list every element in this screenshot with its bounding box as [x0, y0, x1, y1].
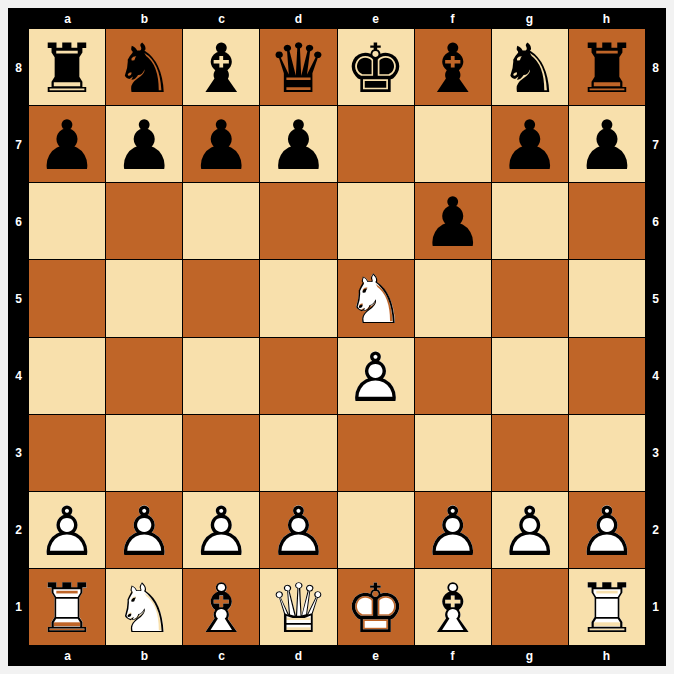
square-b6[interactable]	[106, 183, 182, 259]
square-g8[interactable]: ♞	[492, 29, 568, 105]
square-g4[interactable]	[492, 338, 568, 414]
square-b1[interactable]: ♞♘	[106, 569, 182, 645]
piece-white-pawn[interactable]: ♟♙	[106, 492, 182, 568]
square-d4[interactable]	[260, 338, 336, 414]
piece-outline-glyph: ♔	[338, 571, 414, 645]
piece-outline-glyph: ♙	[492, 494, 568, 568]
square-d3[interactable]	[260, 415, 336, 491]
file-label-b: b	[106, 8, 183, 29]
piece-white-knight[interactable]: ♞♘	[338, 260, 414, 336]
piece-outline-glyph: ♘	[106, 571, 182, 645]
square-f1[interactable]: ♝♗	[415, 569, 491, 645]
rank-label-4: 4	[645, 337, 666, 414]
square-e5[interactable]: ♞♘	[338, 260, 414, 336]
square-f8[interactable]: ♝	[415, 29, 491, 105]
page-background: { "game": "chess", "position": { "fen": …	[0, 0, 674, 674]
square-e7[interactable]	[338, 106, 414, 182]
piece-white-rook[interactable]: ♜♖	[29, 569, 105, 645]
piece-outline-glyph: ♗	[183, 571, 259, 645]
square-b5[interactable]	[106, 260, 182, 336]
piece-fill-glyph: ♚	[338, 31, 414, 105]
piece-fill-glyph: ♟	[492, 108, 568, 182]
piece-fill-glyph: ♞	[492, 31, 568, 105]
square-f2[interactable]: ♟♙	[415, 492, 491, 568]
square-f4[interactable]	[415, 338, 491, 414]
square-d5[interactable]	[260, 260, 336, 336]
square-g7[interactable]: ♟	[492, 106, 568, 182]
piece-outline-glyph: ♖	[569, 571, 645, 645]
piece-black-bishop[interactable]: ♝	[415, 29, 491, 105]
square-c2[interactable]: ♟♙	[183, 492, 259, 568]
piece-black-rook[interactable]: ♜	[29, 29, 105, 105]
square-c1[interactable]: ♝♗	[183, 569, 259, 645]
piece-outline-glyph: ♙	[260, 494, 336, 568]
rank-label-7: 7	[8, 106, 29, 183]
rank-label-3: 3	[8, 414, 29, 491]
square-b4[interactable]	[106, 338, 182, 414]
rank-labels-left: 87654321	[8, 29, 29, 645]
square-a6[interactable]	[29, 183, 105, 259]
rank-label-5: 5	[645, 260, 666, 337]
square-a3[interactable]	[29, 415, 105, 491]
piece-fill-glyph: ♞	[106, 31, 182, 105]
square-c3[interactable]	[183, 415, 259, 491]
square-b7[interactable]: ♟	[106, 106, 182, 182]
piece-black-knight[interactable]: ♞	[106, 29, 182, 105]
square-b2[interactable]: ♟♙	[106, 492, 182, 568]
piece-outline-glyph: ♘	[338, 262, 414, 336]
chess-board: ♜♞♝♛♚♝♞♜♟♟♟♟♟♟♟♞♘♟♙♟♙♟♙♟♙♟♙♟♙♟♙♟♙♜♖♞♘♝♗♛…	[29, 29, 645, 645]
square-c6[interactable]	[183, 183, 259, 259]
file-label-d: d	[260, 645, 337, 666]
square-b3[interactable]	[106, 415, 182, 491]
rank-label-6: 6	[645, 183, 666, 260]
rank-label-8: 8	[8, 29, 29, 106]
square-h7[interactable]: ♟	[569, 106, 645, 182]
rank-label-7: 7	[645, 106, 666, 183]
rank-label-8: 8	[645, 29, 666, 106]
file-label-c: c	[183, 8, 260, 29]
frame-corner	[645, 8, 666, 29]
file-labels-bottom: abcdefgh	[29, 645, 645, 666]
piece-black-pawn[interactable]: ♟	[569, 106, 645, 182]
square-c4[interactable]	[183, 338, 259, 414]
file-label-a: a	[29, 8, 106, 29]
square-a5[interactable]	[29, 260, 105, 336]
piece-black-bishop[interactable]: ♝	[183, 29, 259, 105]
piece-fill-glyph: ♝	[183, 31, 259, 105]
piece-black-pawn[interactable]: ♟	[415, 183, 491, 259]
square-a4[interactable]	[29, 338, 105, 414]
square-a8[interactable]: ♜	[29, 29, 105, 105]
square-d6[interactable]	[260, 183, 336, 259]
rank-label-1: 1	[645, 568, 666, 645]
piece-outline-glyph: ♙	[415, 494, 491, 568]
file-label-h: h	[568, 645, 645, 666]
file-label-g: g	[491, 645, 568, 666]
piece-white-king[interactable]: ♚♔	[338, 569, 414, 645]
square-h4[interactable]	[569, 338, 645, 414]
file-label-g: g	[491, 8, 568, 29]
square-d7[interactable]: ♟	[260, 106, 336, 182]
square-c5[interactable]	[183, 260, 259, 336]
square-c8[interactable]: ♝	[183, 29, 259, 105]
square-g5[interactable]	[492, 260, 568, 336]
piece-fill-glyph: ♟	[183, 108, 259, 182]
piece-fill-glyph: ♟	[260, 108, 336, 182]
square-e4[interactable]: ♟♙	[338, 338, 414, 414]
square-g1[interactable]	[492, 569, 568, 645]
square-h5[interactable]	[569, 260, 645, 336]
file-label-d: d	[260, 8, 337, 29]
file-label-f: f	[414, 645, 491, 666]
piece-fill-glyph: ♝	[415, 31, 491, 105]
piece-outline-glyph: ♗	[415, 571, 491, 645]
piece-fill-glyph: ♟	[29, 108, 105, 182]
piece-fill-glyph: ♟	[569, 108, 645, 182]
frame-corner	[8, 645, 29, 666]
piece-fill-glyph: ♜	[569, 31, 645, 105]
piece-black-knight[interactable]: ♞	[492, 29, 568, 105]
square-e3[interactable]	[338, 415, 414, 491]
frame-corner	[645, 645, 666, 666]
piece-white-queen[interactable]: ♛♕	[260, 569, 336, 645]
piece-outline-glyph: ♕	[260, 571, 336, 645]
piece-black-pawn[interactable]: ♟	[492, 106, 568, 182]
piece-fill-glyph: ♛	[260, 31, 336, 105]
square-f7[interactable]	[415, 106, 491, 182]
rank-label-4: 4	[8, 337, 29, 414]
rank-label-3: 3	[645, 414, 666, 491]
square-g3[interactable]	[492, 415, 568, 491]
square-a7[interactable]: ♟	[29, 106, 105, 182]
square-e1[interactable]: ♚♔	[338, 569, 414, 645]
square-d8[interactable]: ♛	[260, 29, 336, 105]
file-labels-top: abcdefgh	[29, 8, 645, 29]
square-g6[interactable]	[492, 183, 568, 259]
rank-label-5: 5	[8, 260, 29, 337]
rank-label-1: 1	[8, 568, 29, 645]
square-g2[interactable]: ♟♙	[492, 492, 568, 568]
square-d2[interactable]: ♟♙	[260, 492, 336, 568]
rank-labels-right: 87654321	[645, 29, 666, 645]
square-f3[interactable]	[415, 415, 491, 491]
square-h1[interactable]: ♜♖	[569, 569, 645, 645]
piece-outline-glyph: ♙	[569, 494, 645, 568]
file-label-e: e	[337, 645, 414, 666]
board-frame: abcdefgh 87654321 ♜♞♝♛♚♝♞♜♟♟♟♟♟♟♟♞♘♟♙♟♙♟…	[8, 8, 666, 666]
piece-outline-glyph: ♙	[183, 494, 259, 568]
file-label-c: c	[183, 645, 260, 666]
rank-label-6: 6	[8, 183, 29, 260]
file-label-a: a	[29, 645, 106, 666]
piece-black-pawn[interactable]: ♟	[183, 106, 259, 182]
square-a2[interactable]: ♟♙	[29, 492, 105, 568]
piece-black-king[interactable]: ♚	[338, 29, 414, 105]
piece-white-pawn[interactable]: ♟♙	[260, 492, 336, 568]
piece-white-pawn[interactable]: ♟♙	[569, 492, 645, 568]
square-h6[interactable]	[569, 183, 645, 259]
square-b8[interactable]: ♞	[106, 29, 182, 105]
piece-white-bishop[interactable]: ♝♗	[183, 569, 259, 645]
piece-white-pawn[interactable]: ♟♙	[29, 492, 105, 568]
square-h8[interactable]: ♜	[569, 29, 645, 105]
square-c7[interactable]: ♟	[183, 106, 259, 182]
square-a1[interactable]: ♜♖	[29, 569, 105, 645]
piece-black-rook[interactable]: ♜	[569, 29, 645, 105]
frame-corner	[8, 8, 29, 29]
piece-white-pawn[interactable]: ♟♙	[338, 338, 414, 414]
piece-outline-glyph: ♙	[106, 494, 182, 568]
piece-outline-glyph: ♙	[29, 494, 105, 568]
square-h2[interactable]: ♟♙	[569, 492, 645, 568]
piece-fill-glyph: ♟	[106, 108, 182, 182]
piece-white-pawn[interactable]: ♟♙	[183, 492, 259, 568]
piece-white-rook[interactable]: ♜♖	[569, 569, 645, 645]
piece-black-pawn[interactable]: ♟	[29, 106, 105, 182]
square-f6[interactable]: ♟	[415, 183, 491, 259]
square-e6[interactable]	[338, 183, 414, 259]
piece-black-pawn[interactable]: ♟	[260, 106, 336, 182]
rank-label-2: 2	[645, 491, 666, 568]
piece-outline-glyph: ♖	[29, 571, 105, 645]
square-h3[interactable]	[569, 415, 645, 491]
square-f5[interactable]	[415, 260, 491, 336]
piece-fill-glyph: ♟	[415, 185, 491, 259]
file-label-b: b	[106, 645, 183, 666]
piece-outline-glyph: ♙	[338, 340, 414, 414]
piece-white-bishop[interactable]: ♝♗	[415, 569, 491, 645]
piece-black-pawn[interactable]: ♟	[106, 106, 182, 182]
piece-fill-glyph: ♜	[29, 31, 105, 105]
piece-white-knight[interactable]: ♞♘	[106, 569, 182, 645]
piece-white-pawn[interactable]: ♟♙	[415, 492, 491, 568]
piece-white-pawn[interactable]: ♟♙	[492, 492, 568, 568]
file-label-f: f	[414, 8, 491, 29]
square-e8[interactable]: ♚	[338, 29, 414, 105]
file-label-e: e	[337, 8, 414, 29]
rank-label-2: 2	[8, 491, 29, 568]
file-label-h: h	[568, 8, 645, 29]
square-d1[interactable]: ♛♕	[260, 569, 336, 645]
piece-black-queen[interactable]: ♛	[260, 29, 336, 105]
square-e2[interactable]	[338, 492, 414, 568]
